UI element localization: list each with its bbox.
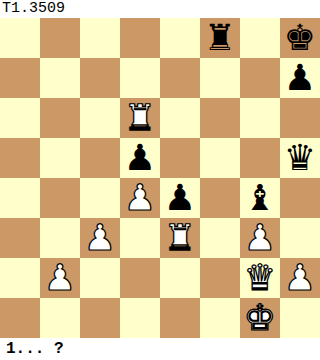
white-pawn: ♟ xyxy=(124,178,156,218)
square-a3[interactable] xyxy=(0,218,40,258)
square-e2[interactable] xyxy=(160,258,200,298)
white-queen: ♛ xyxy=(244,258,276,298)
square-b7[interactable] xyxy=(40,58,80,98)
square-h4[interactable] xyxy=(280,178,320,218)
white-rook: ♜ xyxy=(164,218,196,258)
square-b5[interactable] xyxy=(40,138,80,178)
white-pawn: ♟ xyxy=(44,258,76,298)
black-rook: ♜ xyxy=(204,18,236,58)
square-b6[interactable] xyxy=(40,98,80,138)
square-c6[interactable] xyxy=(80,98,120,138)
square-b2[interactable]: ♟ xyxy=(40,258,80,298)
square-f5[interactable] xyxy=(200,138,240,178)
square-g2[interactable]: ♛ xyxy=(240,258,280,298)
square-d2[interactable] xyxy=(120,258,160,298)
square-c3[interactable]: ♟ xyxy=(80,218,120,258)
square-f7[interactable] xyxy=(200,58,240,98)
square-g1[interactable]: ♚ xyxy=(240,298,280,338)
square-b3[interactable] xyxy=(40,218,80,258)
square-d6[interactable]: ♜ xyxy=(120,98,160,138)
square-d7[interactable] xyxy=(120,58,160,98)
black-pawn: ♟ xyxy=(284,58,316,98)
square-b1[interactable] xyxy=(40,298,80,338)
square-e5[interactable] xyxy=(160,138,200,178)
black-king: ♚ xyxy=(284,18,316,58)
square-d8[interactable] xyxy=(120,18,160,58)
square-h2[interactable]: ♟ xyxy=(280,258,320,298)
chess-puzzle-app: T1.3509 ♜♚♟♜♟♛♟♟♝♟♜♟♟♛♟♚ 1... ? xyxy=(0,0,320,360)
square-g3[interactable]: ♟ xyxy=(240,218,280,258)
square-f2[interactable] xyxy=(200,258,240,298)
white-pawn: ♟ xyxy=(244,218,276,258)
square-f4[interactable] xyxy=(200,178,240,218)
square-g8[interactable] xyxy=(240,18,280,58)
square-f1[interactable] xyxy=(200,298,240,338)
square-h1[interactable] xyxy=(280,298,320,338)
square-a6[interactable] xyxy=(0,98,40,138)
black-pawn: ♟ xyxy=(164,178,196,218)
square-b4[interactable] xyxy=(40,178,80,218)
white-pawn: ♟ xyxy=(84,218,116,258)
square-d1[interactable] xyxy=(120,298,160,338)
square-e1[interactable] xyxy=(160,298,200,338)
square-c1[interactable] xyxy=(80,298,120,338)
square-c2[interactable] xyxy=(80,258,120,298)
square-f6[interactable] xyxy=(200,98,240,138)
square-g4[interactable]: ♝ xyxy=(240,178,280,218)
black-queen: ♛ xyxy=(284,138,316,178)
square-a8[interactable] xyxy=(0,18,40,58)
square-h5[interactable]: ♛ xyxy=(280,138,320,178)
square-d3[interactable] xyxy=(120,218,160,258)
square-f8[interactable]: ♜ xyxy=(200,18,240,58)
square-d4[interactable]: ♟ xyxy=(120,178,160,218)
square-e7[interactable] xyxy=(160,58,200,98)
square-a5[interactable] xyxy=(0,138,40,178)
black-pawn: ♟ xyxy=(124,138,156,178)
white-pawn: ♟ xyxy=(284,258,316,298)
square-e6[interactable] xyxy=(160,98,200,138)
square-e4[interactable]: ♟ xyxy=(160,178,200,218)
square-c5[interactable] xyxy=(80,138,120,178)
square-f3[interactable] xyxy=(200,218,240,258)
square-g6[interactable] xyxy=(240,98,280,138)
chess-board: ♜♚♟♜♟♛♟♟♝♟♜♟♟♛♟♚ xyxy=(0,18,320,338)
square-a1[interactable] xyxy=(0,298,40,338)
puzzle-id: T1.3509 xyxy=(0,0,320,18)
square-c8[interactable] xyxy=(80,18,120,58)
square-h6[interactable] xyxy=(280,98,320,138)
square-c7[interactable] xyxy=(80,58,120,98)
square-g7[interactable] xyxy=(240,58,280,98)
white-rook: ♜ xyxy=(124,98,156,138)
square-g5[interactable] xyxy=(240,138,280,178)
square-e8[interactable] xyxy=(160,18,200,58)
black-bishop: ♝ xyxy=(244,178,276,218)
square-a7[interactable] xyxy=(0,58,40,98)
square-a2[interactable] xyxy=(0,258,40,298)
white-king: ♚ xyxy=(244,298,276,338)
square-b8[interactable] xyxy=(40,18,80,58)
square-a4[interactable] xyxy=(0,178,40,218)
square-e3[interactable]: ♜ xyxy=(160,218,200,258)
square-h7[interactable]: ♟ xyxy=(280,58,320,98)
square-d5[interactable]: ♟ xyxy=(120,138,160,178)
move-prompt: 1... ? xyxy=(0,338,320,360)
square-h3[interactable] xyxy=(280,218,320,258)
square-c4[interactable] xyxy=(80,178,120,218)
square-h8[interactable]: ♚ xyxy=(280,18,320,58)
